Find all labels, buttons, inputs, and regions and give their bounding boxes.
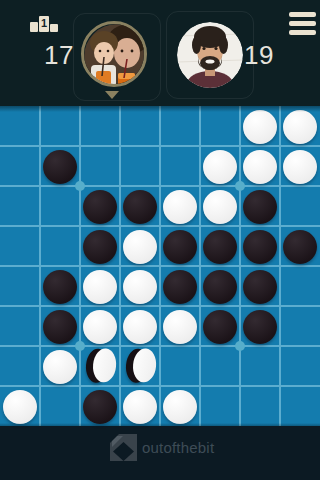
top-bar: 1 17 <box>0 0 320 106</box>
black-disc <box>163 270 197 304</box>
board-cell-r5c3[interactable] <box>80 266 120 306</box>
player-left-avatar[interactable] <box>81 21 147 87</box>
black-disc <box>43 270 77 304</box>
board-cell-r8c7[interactable] <box>240 386 280 426</box>
white-disc <box>43 350 77 384</box>
player-left-score: 17 <box>28 40 74 71</box>
black-disc <box>203 230 237 264</box>
board-cell-r7c6[interactable] <box>200 346 240 386</box>
white-disc <box>283 110 317 144</box>
white-disc <box>203 190 237 224</box>
player-right-score: 19 <box>244 40 290 71</box>
board-cell-r5c7[interactable] <box>240 266 280 306</box>
board-cell-r5c8[interactable] <box>280 266 320 306</box>
hamburger-menu-icon <box>289 12 316 17</box>
board-cell-r2c8[interactable] <box>280 146 320 186</box>
board-cell-r3c4[interactable] <box>120 186 160 226</box>
board-cell-r8c2[interactable] <box>40 386 80 426</box>
board-cell-r8c1[interactable] <box>0 386 40 426</box>
black-disc <box>243 310 277 344</box>
board-cell-r1c4[interactable] <box>120 106 160 146</box>
board-cell-r5c6[interactable] <box>200 266 240 306</box>
board-cell-r1c1[interactable] <box>0 106 40 146</box>
board-cell-r8c8[interactable] <box>280 386 320 426</box>
board-cell-r4c2[interactable] <box>40 226 80 266</box>
board-cell-r8c6[interactable] <box>200 386 240 426</box>
board-cell-r4c7[interactable] <box>240 226 280 266</box>
white-disc <box>123 310 157 344</box>
board-cell-r4c4[interactable] <box>120 226 160 266</box>
podium-second-bar <box>30 22 38 32</box>
white-disc <box>163 310 197 344</box>
board-cell-r6c6[interactable] <box>200 306 240 346</box>
white-disc <box>243 110 277 144</box>
board-cell-r7c2[interactable] <box>40 346 80 386</box>
board-cell-r8c4[interactable] <box>120 386 160 426</box>
black-disc <box>203 270 237 304</box>
brand: outofthebit <box>110 434 214 461</box>
white-disc <box>163 190 197 224</box>
board-cell-r2c3[interactable] <box>80 146 120 186</box>
podium-third-bar <box>50 24 58 32</box>
white-disc <box>203 150 237 184</box>
board-cell-r5c4[interactable] <box>120 266 160 306</box>
player-right-avatar-photo <box>177 22 243 88</box>
board-cell-r2c5[interactable] <box>160 146 200 186</box>
board-cell-r7c5[interactable] <box>160 346 200 386</box>
white-disc <box>83 310 117 344</box>
board-cell-r7c7[interactable] <box>240 346 280 386</box>
board-cell-r3c5[interactable] <box>160 186 200 226</box>
board-cell-r2c1[interactable] <box>0 146 40 186</box>
board-cell-r8c5[interactable] <box>160 386 200 426</box>
board-cell-r1c6[interactable] <box>200 106 240 146</box>
board-cell-r6c4[interactable] <box>120 306 160 346</box>
white-disc <box>123 390 157 424</box>
board-cell-r6c3[interactable] <box>80 306 120 346</box>
player-right-avatar[interactable] <box>177 22 243 88</box>
board-cell-r3c1[interactable] <box>0 186 40 226</box>
board-cell-r2c6[interactable] <box>200 146 240 186</box>
white-disc <box>123 230 157 264</box>
hamburger-menu-icon <box>289 30 316 35</box>
board-cell-r5c2[interactable] <box>40 266 80 306</box>
black-disc <box>83 390 117 424</box>
black-disc <box>243 270 277 304</box>
white-disc <box>3 390 37 424</box>
board-cell-r8c3[interactable] <box>80 386 120 426</box>
white-disc <box>283 150 317 184</box>
board-cell-r1c5[interactable] <box>160 106 200 146</box>
white-disc <box>123 270 157 304</box>
board-cell-r1c2[interactable] <box>40 106 80 146</box>
white-disc <box>243 150 277 184</box>
board-cell-r3c8[interactable] <box>280 186 320 226</box>
board-cell-r2c2[interactable] <box>40 146 80 186</box>
board-cell-r3c2[interactable] <box>40 186 80 226</box>
board-cell-r5c5[interactable] <box>160 266 200 306</box>
brand-text: outofthebit <box>142 439 214 456</box>
board-cell-r3c3[interactable] <box>80 186 120 226</box>
flipping-disc <box>78 344 121 387</box>
bottom-bar: outofthebit <box>0 426 320 480</box>
board-cell-r6c7[interactable] <box>240 306 280 346</box>
board-cell-r7c3[interactable] <box>80 346 120 386</box>
othello-app-screen: 1 17 <box>0 0 320 480</box>
board-cell-r7c4[interactable] <box>120 346 160 386</box>
black-disc <box>203 310 237 344</box>
black-disc <box>163 230 197 264</box>
board-cell-r1c8[interactable] <box>280 106 320 146</box>
board-cell-r6c1[interactable] <box>0 306 40 346</box>
board-cell-r3c7[interactable] <box>240 186 280 226</box>
flipping-disc <box>118 344 161 387</box>
hamburger-menu-icon <box>289 21 316 26</box>
board-cell-r4c5[interactable] <box>160 226 200 266</box>
outofthebit-logo-icon <box>110 434 137 461</box>
board-cell-r7c1[interactable] <box>0 346 40 386</box>
black-disc <box>43 310 77 344</box>
board-cell-r4c8[interactable] <box>280 226 320 266</box>
black-disc <box>243 190 277 224</box>
board-cell-r6c8[interactable] <box>280 306 320 346</box>
black-disc <box>123 190 157 224</box>
menu-button[interactable] <box>289 12 316 35</box>
board-cell-r4c6[interactable] <box>200 226 240 266</box>
black-disc <box>43 150 77 184</box>
board-cell-r2c7[interactable] <box>240 146 280 186</box>
black-disc <box>243 230 277 264</box>
board-cell-r1c7[interactable] <box>240 106 280 146</box>
black-disc <box>83 230 117 264</box>
board-cell-r3c6[interactable] <box>200 186 240 226</box>
turn-indicator-arrow <box>105 91 119 99</box>
board-cell-r4c1[interactable] <box>0 226 40 266</box>
black-disc <box>283 230 317 264</box>
board-cell-r6c2[interactable] <box>40 306 80 346</box>
othello-board <box>0 106 320 426</box>
board-cell-r2c4[interactable] <box>120 146 160 186</box>
white-disc <box>163 390 197 424</box>
board-cell-r5c1[interactable] <box>0 266 40 306</box>
board-cell-r1c3[interactable] <box>80 106 120 146</box>
board-cell-r4c3[interactable] <box>80 226 120 266</box>
leaderboard-button[interactable]: 1 <box>30 10 64 32</box>
podium-first-place-icon: 1 <box>39 16 49 32</box>
board-cell-r6c5[interactable] <box>160 306 200 346</box>
board-cell-r7c8[interactable] <box>280 346 320 386</box>
white-disc <box>83 270 117 304</box>
black-disc <box>83 190 117 224</box>
